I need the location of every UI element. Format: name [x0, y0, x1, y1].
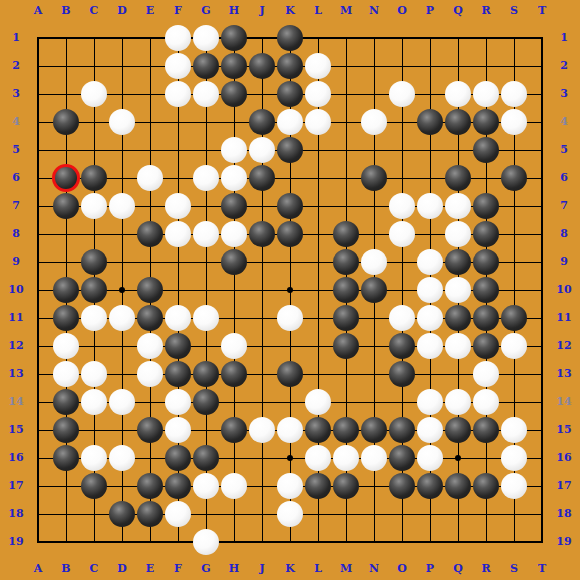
board-point-T7[interactable]: [528, 192, 556, 220]
board-point-K16[interactable]: [276, 444, 304, 472]
board-point-L15[interactable]: [304, 416, 332, 444]
board-point-K3[interactable]: [276, 80, 304, 108]
board-point-S13[interactable]: [500, 360, 528, 388]
board-point-H5[interactable]: [220, 136, 248, 164]
board-point-B18[interactable]: [52, 500, 80, 528]
board-point-P14[interactable]: [416, 388, 444, 416]
board-point-N16[interactable]: [360, 444, 388, 472]
board-point-H7[interactable]: [220, 192, 248, 220]
board-point-S14[interactable]: [500, 388, 528, 416]
board-point-S12[interactable]: [500, 332, 528, 360]
board-point-D2[interactable]: [108, 52, 136, 80]
board-point-L12[interactable]: [304, 332, 332, 360]
board-point-F3[interactable]: [164, 80, 192, 108]
board-point-O8[interactable]: [388, 220, 416, 248]
board-point-G17[interactable]: [192, 472, 220, 500]
board-point-M8[interactable]: [332, 220, 360, 248]
board-point-D16[interactable]: [108, 444, 136, 472]
board-point-J13[interactable]: [248, 360, 276, 388]
board-point-S1[interactable]: [500, 24, 528, 52]
board-point-O9[interactable]: [388, 248, 416, 276]
board-point-T8[interactable]: [528, 220, 556, 248]
board-point-K9[interactable]: [276, 248, 304, 276]
board-point-F6[interactable]: [164, 164, 192, 192]
board-point-K10[interactable]: [276, 276, 304, 304]
board-point-O15[interactable]: [388, 416, 416, 444]
board-point-N6[interactable]: [360, 164, 388, 192]
board-point-F14[interactable]: [164, 388, 192, 416]
board-point-Q7[interactable]: [444, 192, 472, 220]
board-point-J10[interactable]: [248, 276, 276, 304]
board-point-A1[interactable]: [24, 24, 52, 52]
board-point-O10[interactable]: [388, 276, 416, 304]
board-point-Q10[interactable]: [444, 276, 472, 304]
board-point-D15[interactable]: [108, 416, 136, 444]
board-point-G16[interactable]: [192, 444, 220, 472]
board-point-M14[interactable]: [332, 388, 360, 416]
board-point-Q5[interactable]: [444, 136, 472, 164]
board-point-C13[interactable]: [80, 360, 108, 388]
board-point-Q15[interactable]: [444, 416, 472, 444]
board-point-E8[interactable]: [136, 220, 164, 248]
board-point-A11[interactable]: [24, 304, 52, 332]
board-point-H10[interactable]: [220, 276, 248, 304]
board-point-T5[interactable]: [528, 136, 556, 164]
board-point-J1[interactable]: [248, 24, 276, 52]
board-point-S7[interactable]: [500, 192, 528, 220]
board-point-N1[interactable]: [360, 24, 388, 52]
board-point-L10[interactable]: [304, 276, 332, 304]
board-point-F11[interactable]: [164, 304, 192, 332]
board-point-J19[interactable]: [248, 528, 276, 556]
board-point-A2[interactable]: [24, 52, 52, 80]
board-point-E11[interactable]: [136, 304, 164, 332]
board-point-G1[interactable]: [192, 24, 220, 52]
board-point-B10[interactable]: [52, 276, 80, 304]
board-point-M6[interactable]: [332, 164, 360, 192]
board-point-D5[interactable]: [108, 136, 136, 164]
board-point-G2[interactable]: [192, 52, 220, 80]
board-point-N12[interactable]: [360, 332, 388, 360]
board-point-B8[interactable]: [52, 220, 80, 248]
board-point-P5[interactable]: [416, 136, 444, 164]
board-point-D19[interactable]: [108, 528, 136, 556]
board-point-M12[interactable]: [332, 332, 360, 360]
board-point-O6[interactable]: [388, 164, 416, 192]
board-point-B4[interactable]: [52, 108, 80, 136]
board-point-D12[interactable]: [108, 332, 136, 360]
board-point-E2[interactable]: [136, 52, 164, 80]
board-point-S15[interactable]: [500, 416, 528, 444]
board-point-R17[interactable]: [472, 472, 500, 500]
board-point-J8[interactable]: [248, 220, 276, 248]
board-point-A3[interactable]: [24, 80, 52, 108]
board-point-J5[interactable]: [248, 136, 276, 164]
board-point-Q9[interactable]: [444, 248, 472, 276]
board-point-M17[interactable]: [332, 472, 360, 500]
board-point-R11[interactable]: [472, 304, 500, 332]
board-point-P12[interactable]: [416, 332, 444, 360]
board-point-H17[interactable]: [220, 472, 248, 500]
board-point-Q11[interactable]: [444, 304, 472, 332]
board-point-Q3[interactable]: [444, 80, 472, 108]
board-point-H18[interactable]: [220, 500, 248, 528]
board-point-E17[interactable]: [136, 472, 164, 500]
board-point-N14[interactable]: [360, 388, 388, 416]
board-point-S9[interactable]: [500, 248, 528, 276]
board-point-G8[interactable]: [192, 220, 220, 248]
board-point-E16[interactable]: [136, 444, 164, 472]
board-point-A7[interactable]: [24, 192, 52, 220]
board-point-A9[interactable]: [24, 248, 52, 276]
board-point-T17[interactable]: [528, 472, 556, 500]
board-point-O5[interactable]: [388, 136, 416, 164]
board-point-K17[interactable]: [276, 472, 304, 500]
board-point-D11[interactable]: [108, 304, 136, 332]
board-point-A5[interactable]: [24, 136, 52, 164]
board-point-Q6[interactable]: [444, 164, 472, 192]
board-point-K15[interactable]: [276, 416, 304, 444]
board-point-P11[interactable]: [416, 304, 444, 332]
board-point-C16[interactable]: [80, 444, 108, 472]
board-point-C8[interactable]: [80, 220, 108, 248]
board-point-O11[interactable]: [388, 304, 416, 332]
board-point-O16[interactable]: [388, 444, 416, 472]
board-point-M16[interactable]: [332, 444, 360, 472]
board-point-D8[interactable]: [108, 220, 136, 248]
board-point-P6[interactable]: [416, 164, 444, 192]
board-point-B13[interactable]: [52, 360, 80, 388]
board-point-G4[interactable]: [192, 108, 220, 136]
board-point-H1[interactable]: [220, 24, 248, 52]
board-point-L7[interactable]: [304, 192, 332, 220]
board-point-R3[interactable]: [472, 80, 500, 108]
board-point-N18[interactable]: [360, 500, 388, 528]
board-point-R4[interactable]: [472, 108, 500, 136]
board-point-C15[interactable]: [80, 416, 108, 444]
board-point-E14[interactable]: [136, 388, 164, 416]
board-point-E4[interactable]: [136, 108, 164, 136]
board-point-T14[interactable]: [528, 388, 556, 416]
board-point-E10[interactable]: [136, 276, 164, 304]
board-point-J6[interactable]: [248, 164, 276, 192]
board-point-D6[interactable]: [108, 164, 136, 192]
board-point-B11[interactable]: [52, 304, 80, 332]
board-point-J7[interactable]: [248, 192, 276, 220]
board-point-Q17[interactable]: [444, 472, 472, 500]
board-point-N9[interactable]: [360, 248, 388, 276]
board-point-F10[interactable]: [164, 276, 192, 304]
board-point-P3[interactable]: [416, 80, 444, 108]
board-point-A19[interactable]: [24, 528, 52, 556]
board-point-E19[interactable]: [136, 528, 164, 556]
board-point-C14[interactable]: [80, 388, 108, 416]
board-point-L3[interactable]: [304, 80, 332, 108]
board-point-L13[interactable]: [304, 360, 332, 388]
board-point-L4[interactable]: [304, 108, 332, 136]
board-point-A18[interactable]: [24, 500, 52, 528]
board-point-N3[interactable]: [360, 80, 388, 108]
board-point-S4[interactable]: [500, 108, 528, 136]
board-point-K8[interactable]: [276, 220, 304, 248]
board-point-M2[interactable]: [332, 52, 360, 80]
board-point-G3[interactable]: [192, 80, 220, 108]
board-point-A15[interactable]: [24, 416, 52, 444]
board-point-Q13[interactable]: [444, 360, 472, 388]
board-point-L18[interactable]: [304, 500, 332, 528]
board-point-P1[interactable]: [416, 24, 444, 52]
board-point-R14[interactable]: [472, 388, 500, 416]
board-point-J3[interactable]: [248, 80, 276, 108]
board-point-F16[interactable]: [164, 444, 192, 472]
board-point-B2[interactable]: [52, 52, 80, 80]
board-point-N17[interactable]: [360, 472, 388, 500]
board-point-D13[interactable]: [108, 360, 136, 388]
board-point-T10[interactable]: [528, 276, 556, 304]
board-point-C3[interactable]: [80, 80, 108, 108]
board-point-M11[interactable]: [332, 304, 360, 332]
board-point-H8[interactable]: [220, 220, 248, 248]
board-point-P2[interactable]: [416, 52, 444, 80]
board-point-R12[interactable]: [472, 332, 500, 360]
board-point-B9[interactable]: [52, 248, 80, 276]
board-point-M10[interactable]: [332, 276, 360, 304]
board-point-M5[interactable]: [332, 136, 360, 164]
board-point-L19[interactable]: [304, 528, 332, 556]
board-point-E3[interactable]: [136, 80, 164, 108]
board-point-G12[interactable]: [192, 332, 220, 360]
board-point-N15[interactable]: [360, 416, 388, 444]
board-point-G5[interactable]: [192, 136, 220, 164]
board-point-O12[interactable]: [388, 332, 416, 360]
board-point-K4[interactable]: [276, 108, 304, 136]
board-point-C2[interactable]: [80, 52, 108, 80]
board-point-G18[interactable]: [192, 500, 220, 528]
board-point-T6[interactable]: [528, 164, 556, 192]
board-point-Q1[interactable]: [444, 24, 472, 52]
board-point-R19[interactable]: [472, 528, 500, 556]
board-point-O13[interactable]: [388, 360, 416, 388]
board-point-B17[interactable]: [52, 472, 80, 500]
board-point-P13[interactable]: [416, 360, 444, 388]
board-point-A4[interactable]: [24, 108, 52, 136]
board-point-J9[interactable]: [248, 248, 276, 276]
board-point-C11[interactable]: [80, 304, 108, 332]
board-point-T2[interactable]: [528, 52, 556, 80]
board-point-H16[interactable]: [220, 444, 248, 472]
board-point-H13[interactable]: [220, 360, 248, 388]
board-point-H6[interactable]: [220, 164, 248, 192]
board-point-E18[interactable]: [136, 500, 164, 528]
board-point-A16[interactable]: [24, 444, 52, 472]
board-point-C1[interactable]: [80, 24, 108, 52]
board-point-F1[interactable]: [164, 24, 192, 52]
board-point-A12[interactable]: [24, 332, 52, 360]
board-point-S2[interactable]: [500, 52, 528, 80]
board-point-B3[interactable]: [52, 80, 80, 108]
board-point-F7[interactable]: [164, 192, 192, 220]
board-point-F8[interactable]: [164, 220, 192, 248]
board-point-T9[interactable]: [528, 248, 556, 276]
board-point-S8[interactable]: [500, 220, 528, 248]
board-point-Q16[interactable]: [444, 444, 472, 472]
board-point-C5[interactable]: [80, 136, 108, 164]
board-point-D3[interactable]: [108, 80, 136, 108]
board-point-J2[interactable]: [248, 52, 276, 80]
board-point-E7[interactable]: [136, 192, 164, 220]
board-point-P15[interactable]: [416, 416, 444, 444]
board-point-G15[interactable]: [192, 416, 220, 444]
board-point-N7[interactable]: [360, 192, 388, 220]
board-point-N4[interactable]: [360, 108, 388, 136]
board-point-A17[interactable]: [24, 472, 52, 500]
board-point-L5[interactable]: [304, 136, 332, 164]
board-point-K7[interactable]: [276, 192, 304, 220]
board-point-F12[interactable]: [164, 332, 192, 360]
board-point-L2[interactable]: [304, 52, 332, 80]
board-point-S10[interactable]: [500, 276, 528, 304]
board-point-S5[interactable]: [500, 136, 528, 164]
board-point-C18[interactable]: [80, 500, 108, 528]
board-point-O3[interactable]: [388, 80, 416, 108]
board-point-O17[interactable]: [388, 472, 416, 500]
board-point-R5[interactable]: [472, 136, 500, 164]
board-point-R9[interactable]: [472, 248, 500, 276]
board-point-G9[interactable]: [192, 248, 220, 276]
board-point-Q14[interactable]: [444, 388, 472, 416]
board-point-P10[interactable]: [416, 276, 444, 304]
board-point-J18[interactable]: [248, 500, 276, 528]
board-point-G11[interactable]: [192, 304, 220, 332]
board-point-P9[interactable]: [416, 248, 444, 276]
board-point-H4[interactable]: [220, 108, 248, 136]
board-point-C12[interactable]: [80, 332, 108, 360]
board-point-P19[interactable]: [416, 528, 444, 556]
board-point-T15[interactable]: [528, 416, 556, 444]
board-point-P7[interactable]: [416, 192, 444, 220]
board-point-F2[interactable]: [164, 52, 192, 80]
board-point-C9[interactable]: [80, 248, 108, 276]
board-point-O19[interactable]: [388, 528, 416, 556]
board-point-Q4[interactable]: [444, 108, 472, 136]
board-point-L14[interactable]: [304, 388, 332, 416]
board-point-E1[interactable]: [136, 24, 164, 52]
board-point-F15[interactable]: [164, 416, 192, 444]
board-point-P16[interactable]: [416, 444, 444, 472]
board-point-C19[interactable]: [80, 528, 108, 556]
board-point-B5[interactable]: [52, 136, 80, 164]
board-point-K12[interactable]: [276, 332, 304, 360]
board-point-T12[interactable]: [528, 332, 556, 360]
board-point-F17[interactable]: [164, 472, 192, 500]
board-point-P18[interactable]: [416, 500, 444, 528]
board-point-T1[interactable]: [528, 24, 556, 52]
board-point-D7[interactable]: [108, 192, 136, 220]
board-point-P4[interactable]: [416, 108, 444, 136]
board-point-J11[interactable]: [248, 304, 276, 332]
board-point-M19[interactable]: [332, 528, 360, 556]
board-point-Q19[interactable]: [444, 528, 472, 556]
board-point-E12[interactable]: [136, 332, 164, 360]
board-point-N10[interactable]: [360, 276, 388, 304]
board-point-N13[interactable]: [360, 360, 388, 388]
board-point-B15[interactable]: [52, 416, 80, 444]
board-point-P17[interactable]: [416, 472, 444, 500]
board-point-L16[interactable]: [304, 444, 332, 472]
board-point-D9[interactable]: [108, 248, 136, 276]
board-point-K18[interactable]: [276, 500, 304, 528]
board-point-A13[interactable]: [24, 360, 52, 388]
board-point-T4[interactable]: [528, 108, 556, 136]
board-point-J14[interactable]: [248, 388, 276, 416]
board-point-G14[interactable]: [192, 388, 220, 416]
board-point-H3[interactable]: [220, 80, 248, 108]
board-point-D17[interactable]: [108, 472, 136, 500]
board-point-A10[interactable]: [24, 276, 52, 304]
board-point-G13[interactable]: [192, 360, 220, 388]
board-point-R1[interactable]: [472, 24, 500, 52]
board-point-R15[interactable]: [472, 416, 500, 444]
board-point-T13[interactable]: [528, 360, 556, 388]
board-point-O4[interactable]: [388, 108, 416, 136]
board-point-M4[interactable]: [332, 108, 360, 136]
board-point-R10[interactable]: [472, 276, 500, 304]
board-point-S3[interactable]: [500, 80, 528, 108]
board-point-R6[interactable]: [472, 164, 500, 192]
board-point-K2[interactable]: [276, 52, 304, 80]
board-point-N11[interactable]: [360, 304, 388, 332]
board-point-O18[interactable]: [388, 500, 416, 528]
board-point-M7[interactable]: [332, 192, 360, 220]
board-point-F13[interactable]: [164, 360, 192, 388]
board-point-G7[interactable]: [192, 192, 220, 220]
board-point-H19[interactable]: [220, 528, 248, 556]
board-point-O14[interactable]: [388, 388, 416, 416]
board-point-C17[interactable]: [80, 472, 108, 500]
board-point-C10[interactable]: [80, 276, 108, 304]
board-point-C7[interactable]: [80, 192, 108, 220]
board-point-R2[interactable]: [472, 52, 500, 80]
board-point-M9[interactable]: [332, 248, 360, 276]
board-point-A6[interactable]: [24, 164, 52, 192]
board-point-O1[interactable]: [388, 24, 416, 52]
board-point-T19[interactable]: [528, 528, 556, 556]
board-point-M1[interactable]: [332, 24, 360, 52]
board-point-G10[interactable]: [192, 276, 220, 304]
board-point-D10[interactable]: [108, 276, 136, 304]
board-point-B19[interactable]: [52, 528, 80, 556]
board-point-S17[interactable]: [500, 472, 528, 500]
board-point-E5[interactable]: [136, 136, 164, 164]
board-point-J16[interactable]: [248, 444, 276, 472]
board-point-D4[interactable]: [108, 108, 136, 136]
board-point-G6[interactable]: [192, 164, 220, 192]
board-point-T11[interactable]: [528, 304, 556, 332]
board-point-T16[interactable]: [528, 444, 556, 472]
board-point-N19[interactable]: [360, 528, 388, 556]
board-point-K5[interactable]: [276, 136, 304, 164]
board-point-K14[interactable]: [276, 388, 304, 416]
board-point-B14[interactable]: [52, 388, 80, 416]
board-point-J17[interactable]: [248, 472, 276, 500]
board-point-T18[interactable]: [528, 500, 556, 528]
board-point-B1[interactable]: [52, 24, 80, 52]
board-point-G19[interactable]: [192, 528, 220, 556]
board-point-L11[interactable]: [304, 304, 332, 332]
board-point-P8[interactable]: [416, 220, 444, 248]
board-point-F5[interactable]: [164, 136, 192, 164]
board-point-R18[interactable]: [472, 500, 500, 528]
